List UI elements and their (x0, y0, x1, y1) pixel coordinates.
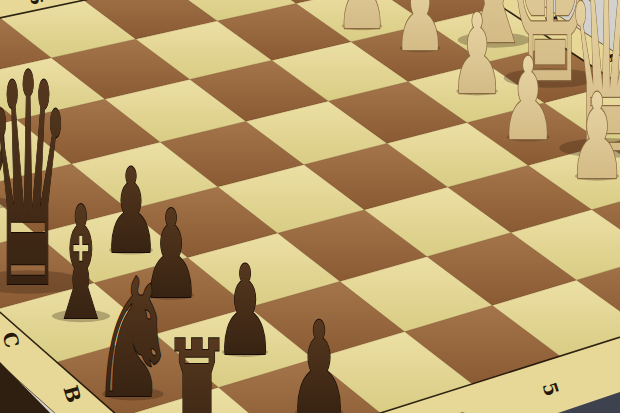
board-svg: 1122334455667788HHGGFFEEDDCCBBAA♟♝♟♚♟♟♛♟… (0, 0, 620, 413)
white-pawn-f2: ♟ (393, 0, 446, 76)
white-pawn-g2: ♟ (335, 0, 388, 54)
black-rook-a8: ♜ (162, 308, 232, 413)
chess-board-photo: 1122334455667788HHGGFFEEDDCCBBAA♟♝♟♚♟♟♛♟… (0, 0, 620, 413)
white-pawn-c2: ♟ (568, 69, 620, 205)
black-pawn-a7: ♟ (287, 294, 351, 413)
white-pawn-d2: ♟ (500, 34, 556, 167)
white-pawn-e2: ♟ (450, 0, 505, 119)
